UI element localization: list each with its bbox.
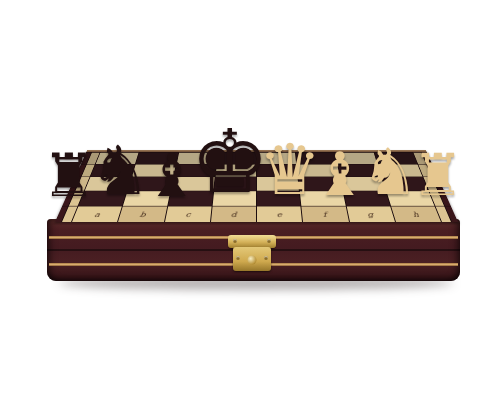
piece-dark-king[interactable]: ♚ (191, 118, 270, 206)
box-front (47, 219, 460, 281)
screw-icon (267, 239, 271, 243)
pieces-row: ♜ ♞ ♝ ♚ ♛ ♝ ♞ ♜ (0, 0, 500, 400)
piece-light-queen[interactable]: ♛ (259, 135, 322, 205)
clasp-button[interactable] (248, 256, 257, 265)
screw-icon (233, 239, 237, 243)
brass-clasp[interactable] (220, 235, 284, 275)
screw-icon (264, 256, 268, 260)
clasp-hasp[interactable] (233, 247, 271, 271)
screw-icon (236, 256, 240, 260)
piece-light-rook[interactable]: ♜ (412, 146, 464, 204)
piece-dark-rook[interactable]: ♜ (42, 145, 96, 205)
piece-light-bishop[interactable]: ♝ (313, 144, 367, 204)
chess-set-photo: abcdefgh ♜ ♞ ♝ ♚ ♛ ♝ ♞ ♜ (0, 0, 500, 400)
piece-dark-knight[interactable]: ♞ (90, 137, 151, 205)
piece-light-knight[interactable]: ♞ (361, 140, 418, 204)
